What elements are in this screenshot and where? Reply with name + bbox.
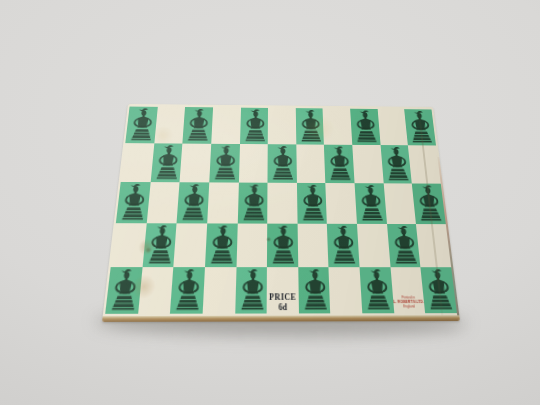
board-cell-green — [235, 267, 267, 313]
board-cell-cream — [357, 224, 390, 267]
board-cell-green — [105, 267, 142, 314]
board-cell-cream — [297, 224, 329, 267]
board-cell-green — [297, 183, 328, 224]
draughtsman-figure-icon — [296, 108, 325, 144]
board-cell-green — [380, 145, 412, 183]
board-cell-cream — [111, 223, 147, 267]
board-cell-green — [350, 109, 380, 145]
printer-imprint: Printed in L. ROBERTS LTD. England — [392, 295, 426, 308]
draughtsman-figure-icon — [170, 267, 205, 314]
draughtsman-figure-icon — [235, 267, 267, 313]
draughtsman-figure-icon — [105, 267, 142, 314]
board-cell-green — [298, 267, 331, 313]
board-cell-green — [150, 143, 182, 182]
draughtsman-figure-icon — [380, 145, 412, 183]
board-cell-cream — [180, 144, 211, 183]
price-amount: 6d — [267, 303, 299, 313]
draughtsman-figure-icon — [350, 109, 380, 145]
draughtsman-figure-icon — [150, 143, 182, 182]
draughtsman-figure-icon — [183, 107, 213, 144]
board-cell-green — [387, 224, 421, 267]
board-cell-green — [240, 108, 269, 145]
board-cell-green — [116, 182, 150, 223]
imprint-line-3: England — [392, 304, 425, 309]
board-cell-green — [268, 144, 297, 183]
board-cell-green — [327, 224, 359, 267]
board-cell-green — [177, 182, 209, 223]
board-cell-green — [324, 145, 354, 184]
board-cell-green — [205, 223, 237, 267]
board-cell-green — [142, 223, 177, 267]
draughtsman-figure-icon — [237, 183, 267, 224]
photo-backdrop: PRICE 6d Printed in L. ROBERTS LTD. Engl… — [0, 0, 540, 405]
board-cell-green — [209, 144, 239, 183]
draughtsman-figure-icon — [267, 224, 298, 268]
draughtsman-figure-icon — [268, 144, 297, 183]
draughtsman-figure-icon — [205, 223, 237, 267]
draughtsman-figure-icon — [387, 224, 421, 267]
board-cell-cream — [174, 223, 208, 267]
board-cell-cream — [207, 182, 238, 223]
board-cell-cream — [238, 144, 267, 183]
board-cell-green — [360, 267, 394, 313]
draughtsman-figure-icon — [125, 107, 157, 144]
draughtsman-figure-icon — [298, 267, 331, 313]
draughtsman-figure-icon — [324, 145, 354, 184]
board-cell-cream — [138, 267, 174, 314]
board-cell-cream — [121, 143, 154, 182]
board-cell-cream — [323, 108, 352, 144]
board-cell-cream — [203, 267, 237, 314]
draughtsman-figure-icon — [327, 224, 359, 267]
board-cell-green — [296, 108, 325, 144]
page-stack-edge — [102, 315, 460, 322]
board-cell-cream — [377, 109, 408, 145]
board-cell-green — [170, 267, 205, 314]
draughtsman-figure-icon — [177, 182, 209, 223]
board-cell-green — [125, 107, 157, 144]
board-cell-cream — [154, 107, 185, 144]
board-cell-cream — [146, 182, 179, 223]
draughtsman-figure-icon — [240, 108, 269, 145]
board-cell-green — [237, 183, 267, 224]
board-cell-cream — [211, 107, 240, 144]
board-cell-cream — [326, 183, 357, 224]
draughtsman-figure-icon — [209, 144, 239, 183]
draughtsman-figure-icon — [116, 182, 150, 223]
board-cell-cream — [267, 183, 297, 224]
checkerboard-grid — [105, 107, 457, 314]
board-cell-cream — [236, 224, 267, 268]
board-cell-cream — [296, 144, 326, 183]
draughtsman-figure-icon — [355, 183, 387, 224]
price-label: PRICE 6d — [267, 293, 299, 312]
board-cell-cream — [268, 108, 296, 145]
board-cell-green — [183, 107, 213, 144]
board-cell-cream — [329, 267, 362, 313]
board-cell-green — [267, 224, 298, 268]
draughtsman-figure-icon — [297, 183, 328, 224]
booklet-back-cover: PRICE 6d Printed in L. ROBERTS LTD. Engl… — [102, 104, 460, 322]
board-cell-cream — [383, 183, 416, 224]
board-cell-cream — [352, 145, 383, 183]
draughtsman-figure-icon — [360, 267, 394, 313]
draughtsman-figure-icon — [142, 223, 177, 267]
board-cell-green — [355, 183, 387, 224]
